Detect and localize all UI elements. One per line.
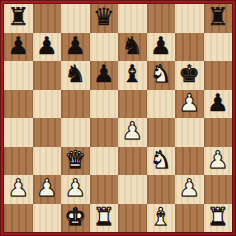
square-b8[interactable] [33,4,62,33]
black-queen-piece[interactable]: ♛ [93,5,115,29]
square-b6[interactable] [33,61,62,90]
square-f3[interactable]: ♞ [147,147,176,176]
square-f8[interactable] [147,4,176,33]
square-f6[interactable]: ♞ [147,61,176,90]
black-pawn-piece[interactable]: ♟ [7,34,29,58]
square-g6[interactable]: ♚ [175,61,204,90]
square-f2[interactable] [147,175,176,204]
white-pawn-piece[interactable]: ♟ [121,119,143,143]
white-rook-piece[interactable]: ♜ [93,205,115,229]
white-knight-piece[interactable]: ♞ [150,148,172,172]
square-g2[interactable]: ♟ [175,175,204,204]
white-pawn-piece[interactable]: ♟ [36,176,58,200]
square-a8[interactable]: ♜ [4,4,33,33]
white-pawn-piece[interactable]: ♟ [178,91,200,115]
square-d7[interactable] [90,33,119,62]
square-h3[interactable]: ♟ [204,147,233,176]
board-frame: ♜♛♜♟♟♟♞♟♞♟♝♞♚♟♟♟♛♞♟♟♟♟♟♚♜♝♜ [0,0,236,236]
square-a5[interactable] [4,90,33,119]
square-e5[interactable] [118,90,147,119]
square-d3[interactable] [90,147,119,176]
black-pawn-piece[interactable]: ♟ [93,62,115,86]
square-f7[interactable]: ♟ [147,33,176,62]
square-d6[interactable]: ♟ [90,61,119,90]
square-b2[interactable]: ♟ [33,175,62,204]
square-a4[interactable] [4,118,33,147]
square-e1[interactable] [118,204,147,233]
square-c1[interactable]: ♚ [61,204,90,233]
black-pawn-piece[interactable]: ♟ [207,91,229,115]
square-e7[interactable]: ♞ [118,33,147,62]
white-pawn-piece[interactable]: ♟ [64,176,86,200]
white-knight-piece[interactable]: ♞ [150,62,172,86]
square-b3[interactable] [33,147,62,176]
black-knight-piece[interactable]: ♞ [64,62,86,86]
black-knight-piece[interactable]: ♞ [121,34,143,58]
square-c5[interactable] [61,90,90,119]
square-f1[interactable]: ♝ [147,204,176,233]
square-h4[interactable] [204,118,233,147]
square-e2[interactable] [118,175,147,204]
square-f4[interactable] [147,118,176,147]
square-d4[interactable] [90,118,119,147]
square-h8[interactable]: ♜ [204,4,233,33]
square-h5[interactable]: ♟ [204,90,233,119]
square-e6[interactable]: ♝ [118,61,147,90]
square-b1[interactable] [33,204,62,233]
square-d5[interactable] [90,90,119,119]
white-bishop-piece[interactable]: ♝ [150,205,172,229]
black-pawn-piece[interactable]: ♟ [150,34,172,58]
square-h6[interactable] [204,61,233,90]
square-b5[interactable] [33,90,62,119]
white-rook-piece[interactable]: ♜ [207,205,229,229]
square-c7[interactable]: ♟ [61,33,90,62]
square-g4[interactable] [175,118,204,147]
square-f5[interactable] [147,90,176,119]
square-a3[interactable] [4,147,33,176]
white-queen-piece[interactable]: ♛ [64,148,86,172]
white-pawn-piece[interactable]: ♟ [7,176,29,200]
square-g5[interactable]: ♟ [175,90,204,119]
black-king-piece[interactable]: ♚ [178,62,200,86]
square-e8[interactable] [118,4,147,33]
black-bishop-piece[interactable]: ♝ [121,62,143,86]
white-king-piece[interactable]: ♚ [64,205,86,229]
square-g8[interactable] [175,4,204,33]
square-g7[interactable] [175,33,204,62]
square-h7[interactable] [204,33,233,62]
black-rook-piece[interactable]: ♜ [207,5,229,29]
square-g3[interactable] [175,147,204,176]
square-a1[interactable] [4,204,33,233]
white-pawn-piece[interactable]: ♟ [207,148,229,172]
square-a6[interactable] [4,61,33,90]
square-c4[interactable] [61,118,90,147]
chess-board: ♜♛♜♟♟♟♞♟♞♟♝♞♚♟♟♟♛♞♟♟♟♟♟♚♜♝♜ [4,4,232,232]
square-h2[interactable] [204,175,233,204]
square-d2[interactable] [90,175,119,204]
square-b4[interactable] [33,118,62,147]
square-a2[interactable]: ♟ [4,175,33,204]
square-c3[interactable]: ♛ [61,147,90,176]
square-h1[interactable]: ♜ [204,204,233,233]
black-rook-piece[interactable]: ♜ [7,5,29,29]
white-pawn-piece[interactable]: ♟ [178,176,200,200]
square-a7[interactable]: ♟ [4,33,33,62]
square-g1[interactable] [175,204,204,233]
square-e3[interactable] [118,147,147,176]
black-pawn-piece[interactable]: ♟ [36,34,58,58]
square-c8[interactable] [61,4,90,33]
square-d8[interactable]: ♛ [90,4,119,33]
square-e4[interactable]: ♟ [118,118,147,147]
square-b7[interactable]: ♟ [33,33,62,62]
black-pawn-piece[interactable]: ♟ [64,34,86,58]
square-c6[interactable]: ♞ [61,61,90,90]
square-d1[interactable]: ♜ [90,204,119,233]
square-c2[interactable]: ♟ [61,175,90,204]
